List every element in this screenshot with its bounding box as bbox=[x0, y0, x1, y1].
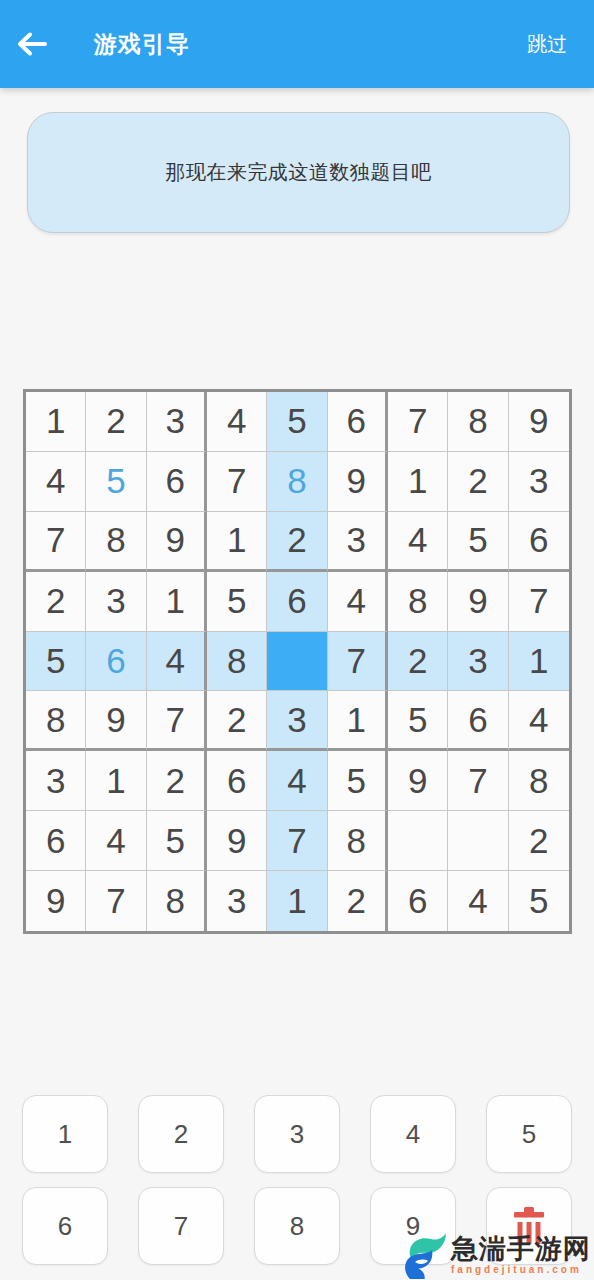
sudoku-cell-r2c5[interactable]: 8 bbox=[267, 452, 327, 512]
sudoku-cell-r6c8[interactable]: 6 bbox=[448, 691, 508, 751]
sudoku-cell-r7c3[interactable]: 2 bbox=[147, 751, 207, 811]
sudoku-cell-r3c4[interactable]: 1 bbox=[207, 512, 267, 572]
sudoku-cell-r4c2[interactable]: 3 bbox=[86, 572, 146, 632]
sudoku-cell-r3c9[interactable]: 6 bbox=[509, 512, 569, 572]
sudoku-cell-r1c4[interactable]: 4 bbox=[207, 392, 267, 452]
sudoku-cell-r8c4[interactable]: 9 bbox=[207, 811, 267, 871]
sudoku-board: 1234567894567891237891234562315648975648… bbox=[23, 389, 572, 934]
sudoku-cell-r9c1[interactable]: 9 bbox=[26, 871, 86, 931]
numpad-button-2[interactable]: 2 bbox=[138, 1095, 224, 1173]
sudoku-cell-r7c4[interactable]: 6 bbox=[207, 751, 267, 811]
sudoku-cell-r5c8[interactable]: 3 bbox=[448, 632, 508, 692]
sudoku-cell-r1c6[interactable]: 6 bbox=[328, 392, 388, 452]
sudoku-cell-r6c3[interactable]: 7 bbox=[147, 691, 207, 751]
page-title: 游戏引导 bbox=[94, 29, 190, 60]
sudoku-cell-r3c1[interactable]: 7 bbox=[26, 512, 86, 572]
sudoku-cell-r2c7[interactable]: 1 bbox=[388, 452, 448, 512]
sudoku-cell-r2c6[interactable]: 9 bbox=[328, 452, 388, 512]
sudoku-cell-r9c9[interactable]: 5 bbox=[509, 871, 569, 931]
numpad-button-5[interactable]: 5 bbox=[486, 1095, 572, 1173]
numpad-row-1: 12345 bbox=[22, 1095, 572, 1173]
watermark: 急湍手游网 fangdejituan.com bbox=[401, 1231, 591, 1279]
sudoku-cell-r6c9[interactable]: 4 bbox=[509, 691, 569, 751]
numpad-button-7[interactable]: 7 bbox=[138, 1187, 224, 1265]
sudoku-cell-r3c6[interactable]: 3 bbox=[328, 512, 388, 572]
sudoku-cell-r8c2[interactable]: 4 bbox=[86, 811, 146, 871]
sudoku-cell-r8c9[interactable]: 2 bbox=[509, 811, 569, 871]
sudoku-cell-r1c8[interactable]: 8 bbox=[448, 392, 508, 452]
sudoku-cell-r5c2[interactable]: 6 bbox=[86, 632, 146, 692]
sudoku-cell-r2c1[interactable]: 4 bbox=[26, 452, 86, 512]
sudoku-cell-r7c8[interactable]: 7 bbox=[448, 751, 508, 811]
numpad-button-3[interactable]: 3 bbox=[254, 1095, 340, 1173]
sudoku-cell-r9c7[interactable]: 6 bbox=[388, 871, 448, 931]
sudoku-cell-r4c5[interactable]: 6 bbox=[267, 572, 327, 632]
sudoku-cell-r8c5[interactable]: 7 bbox=[267, 811, 327, 871]
sudoku-cell-r6c1[interactable]: 8 bbox=[26, 691, 86, 751]
sudoku-cell-r5c9[interactable]: 1 bbox=[509, 632, 569, 692]
message-bubble-text: 那现在来完成这道数独题目吧 bbox=[165, 159, 432, 186]
sudoku-cell-r3c7[interactable]: 4 bbox=[388, 512, 448, 572]
skip-button[interactable]: 跳过 bbox=[527, 31, 567, 58]
sudoku-cell-r6c5[interactable]: 3 bbox=[267, 691, 327, 751]
sudoku-cell-r1c3[interactable]: 3 bbox=[147, 392, 207, 452]
sudoku-cell-r1c2[interactable]: 2 bbox=[86, 392, 146, 452]
sudoku-cell-r1c1[interactable]: 1 bbox=[26, 392, 86, 452]
sudoku-cell-r3c3[interactable]: 9 bbox=[147, 512, 207, 572]
sudoku-cell-r8c7[interactable] bbox=[388, 811, 448, 871]
sudoku-cell-r2c4[interactable]: 7 bbox=[207, 452, 267, 512]
sudoku-cell-r4c9[interactable]: 7 bbox=[509, 572, 569, 632]
numpad-button-8[interactable]: 8 bbox=[254, 1187, 340, 1265]
watermark-site-url: fangdejituan.com bbox=[451, 1264, 582, 1275]
sudoku-cell-r2c8[interactable]: 2 bbox=[448, 452, 508, 512]
sudoku-cell-r6c4[interactable]: 2 bbox=[207, 691, 267, 751]
sudoku-cell-r2c3[interactable]: 6 bbox=[147, 452, 207, 512]
sudoku-cell-r3c2[interactable]: 8 bbox=[86, 512, 146, 572]
sudoku-cell-r5c5[interactable] bbox=[267, 632, 327, 692]
sudoku-cell-r8c1[interactable]: 6 bbox=[26, 811, 86, 871]
sudoku-cell-r5c6[interactable]: 7 bbox=[328, 632, 388, 692]
watermark-logo-icon bbox=[401, 1231, 447, 1279]
sudoku-cell-r6c2[interactable]: 9 bbox=[86, 691, 146, 751]
sudoku-cell-r7c1[interactable]: 3 bbox=[26, 751, 86, 811]
sudoku-cell-r3c5[interactable]: 2 bbox=[267, 512, 327, 572]
numpad-button-1[interactable]: 1 bbox=[22, 1095, 108, 1173]
numpad-button-4[interactable]: 4 bbox=[370, 1095, 456, 1173]
back-button[interactable] bbox=[0, 0, 64, 88]
sudoku-cell-r5c1[interactable]: 5 bbox=[26, 632, 86, 692]
sudoku-cell-r5c7[interactable]: 2 bbox=[388, 632, 448, 692]
sudoku-cell-r3c8[interactable]: 5 bbox=[448, 512, 508, 572]
sudoku-cell-r1c5[interactable]: 5 bbox=[267, 392, 327, 452]
sudoku-cell-r1c9[interactable]: 9 bbox=[509, 392, 569, 452]
sudoku-cell-r4c1[interactable]: 2 bbox=[26, 572, 86, 632]
sudoku-cell-r8c8[interactable] bbox=[448, 811, 508, 871]
sudoku-cell-r9c6[interactable]: 2 bbox=[328, 871, 388, 931]
sudoku-cell-r2c9[interactable]: 3 bbox=[509, 452, 569, 512]
sudoku-cell-r4c4[interactable]: 5 bbox=[207, 572, 267, 632]
sudoku-cell-r4c8[interactable]: 9 bbox=[448, 572, 508, 632]
sudoku-cell-r6c7[interactable]: 5 bbox=[388, 691, 448, 751]
sudoku-cell-r8c3[interactable]: 5 bbox=[147, 811, 207, 871]
watermark-site-name: 急湍手游网 bbox=[451, 1235, 591, 1263]
sudoku-cell-r7c5[interactable]: 4 bbox=[267, 751, 327, 811]
arrow-left-icon bbox=[15, 29, 49, 59]
sudoku-cell-r9c4[interactable]: 3 bbox=[207, 871, 267, 931]
sudoku-cell-r2c2[interactable]: 5 bbox=[86, 452, 146, 512]
sudoku-cell-r7c9[interactable]: 8 bbox=[509, 751, 569, 811]
sudoku-cell-r4c6[interactable]: 4 bbox=[328, 572, 388, 632]
sudoku-cell-r1c7[interactable]: 7 bbox=[388, 392, 448, 452]
sudoku-cell-r7c6[interactable]: 5 bbox=[328, 751, 388, 811]
sudoku-cell-r4c7[interactable]: 8 bbox=[388, 572, 448, 632]
sudoku-cell-r9c3[interactable]: 8 bbox=[147, 871, 207, 931]
sudoku-cell-r5c4[interactable]: 8 bbox=[207, 632, 267, 692]
header: 游戏引导 跳过 bbox=[0, 0, 594, 88]
sudoku-cell-r5c3[interactable]: 4 bbox=[147, 632, 207, 692]
sudoku-cell-r9c8[interactable]: 4 bbox=[448, 871, 508, 931]
sudoku-cell-r8c6[interactable]: 8 bbox=[328, 811, 388, 871]
sudoku-cell-r9c5[interactable]: 1 bbox=[267, 871, 327, 931]
sudoku-cell-r9c2[interactable]: 7 bbox=[86, 871, 146, 931]
message-bubble: 那现在来完成这道数独题目吧 bbox=[27, 112, 570, 233]
sudoku-cell-r6c6[interactable]: 1 bbox=[328, 691, 388, 751]
sudoku-cell-r7c7[interactable]: 9 bbox=[388, 751, 448, 811]
sudoku-cell-r7c2[interactable]: 1 bbox=[86, 751, 146, 811]
numpad-button-6[interactable]: 6 bbox=[22, 1187, 108, 1265]
sudoku-cell-r4c3[interactable]: 1 bbox=[147, 572, 207, 632]
